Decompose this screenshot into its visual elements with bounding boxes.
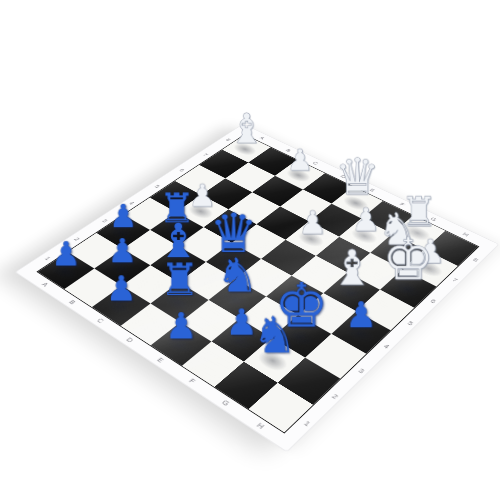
rank-label-right-1: 1: [299, 417, 315, 429]
white-pawn-e6[interactable]: ♟: [298, 206, 327, 238]
file-label-bottom-G: G: [218, 397, 234, 409]
white-king-h6[interactable]: ♚: [382, 230, 434, 288]
white-bishop-a8[interactable]: ♝: [228, 107, 265, 148]
rank-label-right-5: 5: [403, 318, 418, 328]
blue-knight-e3[interactable]: ♞: [216, 251, 258, 298]
blue-pawn-a1[interactable]: ♟: [51, 237, 81, 270]
white-pawn-f7[interactable]: ♟: [351, 203, 380, 235]
blue-knight-g2[interactable]: ♞: [252, 309, 297, 359]
rank-label-right-4: 4: [379, 341, 394, 351]
file-label-bottom-C: C: [93, 316, 107, 326]
file-label-bottom-F: F: [185, 375, 200, 386]
file-label-bottom-D: D: [122, 335, 137, 345]
rank-label-right-8: 8: [469, 255, 483, 264]
file-label-bottom-E: E: [153, 355, 168, 366]
file-label-bottom-H: H: [252, 420, 268, 432]
blue-pawn-e1[interactable]: ♟: [165, 307, 198, 343]
white-bishop-g5[interactable]: ♝: [330, 243, 374, 292]
blue-pawn-h4[interactable]: ♟: [345, 296, 377, 332]
blue-pawn-c1[interactable]: ♟: [106, 271, 137, 306]
white-queen-e8[interactable]: ♛: [335, 152, 380, 203]
product-photo-scene: ♝♟♛♜♟♞♟♟♚♟♝♜♛♟♟♝♞♚♟♜♟♞♟♟♟ AA11BB22CC33DD…: [0, 0, 500, 500]
blue-pawn-b2[interactable]: ♟: [107, 234, 137, 267]
rank-label-right-6: 6: [426, 296, 441, 305]
chess-board-grid: ♝♟♛♜♟♞♟♟♚♟♝♜♛♟♟♝♞♚♟♜♟♞♟♟♟: [38, 135, 478, 432]
rank-label-right-3: 3: [354, 365, 370, 376]
file-label-bottom-A: A: [38, 280, 52, 289]
rank-label-right-2: 2: [327, 390, 343, 402]
blue-pawn-a3[interactable]: ♟: [109, 200, 138, 232]
blue-rook-d2[interactable]: ♜: [160, 258, 200, 302]
white-pawn-c8[interactable]: ♟: [287, 145, 314, 175]
chess-mat: ♝♟♛♜♟♞♟♟♚♟♝♜♛♟♟♝♞♚♟♜♟♞♟♟♟ AA11BB22CC33DD…: [15, 124, 500, 453]
file-label-bottom-B: B: [65, 297, 79, 306]
rank-label-right-7: 7: [448, 275, 462, 284]
